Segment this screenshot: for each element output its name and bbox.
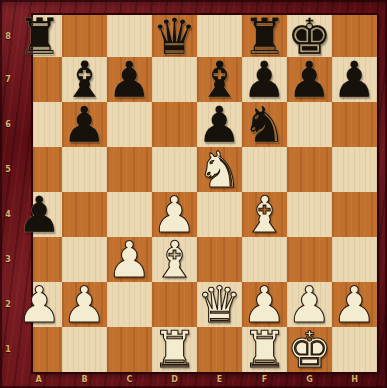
square-h6[interactable] [332, 102, 377, 147]
file-label-h: H [332, 372, 377, 387]
piece-white-bishop[interactable]: ♝ [152, 238, 197, 283]
file-labels: ABCDEFGH [33, 372, 377, 387]
square-c1[interactable] [107, 327, 152, 372]
piece-black-pawn[interactable]: ♟ [332, 58, 377, 103]
square-a1[interactable] [33, 327, 62, 372]
square-a2[interactable]: ♟ [33, 282, 62, 327]
square-b1[interactable] [62, 327, 107, 372]
square-g5[interactable] [287, 147, 332, 192]
piece-white-pawn[interactable]: ♟ [332, 283, 377, 328]
square-h7[interactable]: ♟ [332, 57, 377, 102]
rank-label-8: 8 [0, 15, 16, 57]
piece-white-pawn[interactable]: ♟ [62, 283, 107, 328]
rank-label-4: 4 [0, 192, 16, 237]
square-a4[interactable]: ♟ [33, 192, 62, 237]
piece-white-rook[interactable]: ♜ [242, 328, 287, 373]
square-g4[interactable] [287, 192, 332, 237]
piece-black-knight[interactable]: ♞ [242, 103, 287, 148]
file-label-a: A [24, 372, 53, 387]
piece-black-pawn[interactable]: ♟ [107, 58, 152, 103]
square-c2[interactable] [107, 282, 152, 327]
square-c5[interactable] [107, 147, 152, 192]
square-d6[interactable] [152, 102, 197, 147]
square-h2[interactable]: ♟ [332, 282, 377, 327]
square-e1[interactable] [197, 327, 242, 372]
file-label-b: B [62, 372, 107, 387]
square-g6[interactable] [287, 102, 332, 147]
square-g7[interactable]: ♟ [287, 57, 332, 102]
piece-white-knight[interactable]: ♞ [197, 148, 242, 193]
piece-white-queen[interactable]: ♛ [197, 283, 242, 328]
file-label-d: D [152, 372, 197, 387]
square-f1[interactable]: ♜ [242, 327, 287, 372]
chess-board-frame: ♜♛♜♚♝♟♝♟♟♟♟♟♞♞♟♟♝♟♝♟♟♛♟♟♟♜♜♚ 87654321 AB… [0, 0, 387, 388]
file-label-e: E [197, 372, 242, 387]
piece-black-pawn[interactable]: ♟ [17, 193, 62, 238]
file-label-f: F [242, 372, 287, 387]
square-e2[interactable]: ♛ [197, 282, 242, 327]
board: ♜♛♜♚♝♟♝♟♟♟♟♟♞♞♟♟♝♟♝♟♟♛♟♟♟♜♜♚ [33, 15, 377, 372]
square-c6[interactable] [107, 102, 152, 147]
rank-label-5: 5 [0, 147, 16, 192]
file-label-g: G [287, 372, 332, 387]
square-e5[interactable]: ♞ [197, 147, 242, 192]
square-d7[interactable] [152, 57, 197, 102]
piece-black-queen[interactable]: ♛ [152, 15, 197, 60]
piece-white-king[interactable]: ♚ [287, 328, 332, 373]
piece-black-pawn[interactable]: ♟ [287, 58, 332, 103]
square-f6[interactable]: ♞ [242, 102, 287, 147]
square-d3[interactable]: ♝ [152, 237, 197, 282]
square-h5[interactable] [332, 147, 377, 192]
square-h1[interactable] [332, 327, 377, 372]
square-b2[interactable]: ♟ [62, 282, 107, 327]
square-a7[interactable] [33, 57, 62, 102]
rank-label-1: 1 [0, 327, 16, 372]
square-c3[interactable]: ♟ [107, 237, 152, 282]
rank-label-7: 7 [0, 57, 16, 102]
square-h4[interactable] [332, 192, 377, 237]
rank-labels: 87654321 [0, 15, 16, 372]
piece-black-pawn[interactable]: ♟ [62, 103, 107, 148]
piece-black-rook[interactable]: ♜ [17, 15, 62, 60]
square-d1[interactable]: ♜ [152, 327, 197, 372]
piece-white-bishop[interactable]: ♝ [242, 193, 287, 238]
square-b4[interactable] [62, 192, 107, 237]
square-c7[interactable]: ♟ [107, 57, 152, 102]
square-e4[interactable] [197, 192, 242, 237]
square-a6[interactable] [33, 102, 62, 147]
piece-white-pawn[interactable]: ♟ [17, 283, 62, 328]
square-b6[interactable]: ♟ [62, 102, 107, 147]
square-g1[interactable]: ♚ [287, 327, 332, 372]
square-a8[interactable]: ♜ [33, 15, 62, 57]
square-d8[interactable]: ♛ [152, 15, 197, 57]
square-b5[interactable] [62, 147, 107, 192]
piece-white-pawn[interactable]: ♟ [107, 238, 152, 283]
rank-label-6: 6 [0, 102, 16, 147]
square-f4[interactable]: ♝ [242, 192, 287, 237]
file-label-c: C [107, 372, 152, 387]
rank-label-2: 2 [0, 282, 16, 327]
piece-white-rook[interactable]: ♜ [152, 328, 197, 373]
rank-label-3: 3 [0, 237, 16, 282]
